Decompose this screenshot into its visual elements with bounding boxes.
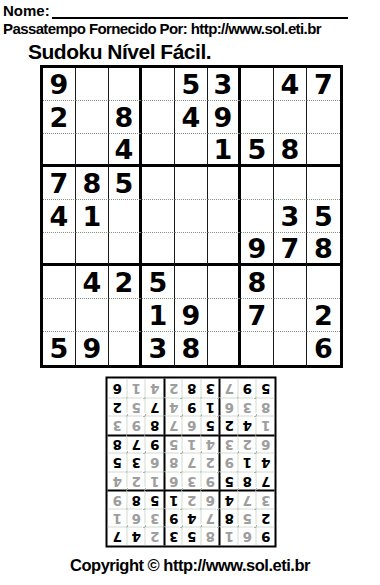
- solution-cell-r6c6: 5: [164, 435, 183, 454]
- cell-r3c1[interactable]: [43, 134, 76, 167]
- solution-cell-r8c1: 8: [256, 398, 275, 417]
- cell-r4c1: 7: [43, 167, 76, 200]
- solution-cell-r5c2: 1: [238, 453, 257, 472]
- solution-cell-r8c6: 4: [164, 398, 183, 417]
- cell-r5c6[interactable]: [208, 200, 241, 233]
- cell-r1c5: 5: [175, 68, 208, 101]
- solution-cell-r7c3: 2: [219, 416, 238, 435]
- solution-cell-r5c8: 3: [127, 453, 146, 472]
- cell-r8c6[interactable]: [208, 299, 241, 332]
- solution-cell-r2c4: 7: [201, 509, 220, 528]
- cell-r4c7[interactable]: [241, 167, 274, 200]
- cell-r6c5[interactable]: [175, 233, 208, 266]
- cell-r1c1: 9: [43, 68, 76, 101]
- solution-cell-r9c2: 9: [238, 379, 257, 398]
- cell-r9c5: 8: [175, 332, 208, 365]
- solution-cell-r4c6: 6: [164, 472, 183, 491]
- solution-cell-r3c8: 8: [127, 490, 146, 509]
- cell-r1c8: 4: [274, 68, 307, 101]
- cell-r9c6[interactable]: [208, 332, 241, 365]
- solution-cell-r2c3: 8: [219, 509, 238, 528]
- solution-cell-r4c3: 5: [219, 472, 238, 491]
- solution-cell-r1c6: 3: [164, 527, 183, 546]
- cell-r8c4: 1: [142, 299, 175, 332]
- cell-r1c3[interactable]: [109, 68, 142, 101]
- cell-r3c5[interactable]: [175, 134, 208, 167]
- cell-r6c8: 7: [274, 233, 307, 266]
- cell-r6c2[interactable]: [76, 233, 109, 266]
- solution-cell-r4c5: 3: [182, 472, 201, 491]
- cell-r3c3: 4: [109, 134, 142, 167]
- solution-cell-r8c7: 7: [145, 398, 164, 417]
- solution-cell-r1c2: 6: [238, 527, 257, 546]
- cell-r9c8[interactable]: [274, 332, 307, 365]
- solution-cell-r7c5: 6: [182, 416, 201, 435]
- cell-r8c7: 7: [241, 299, 274, 332]
- cell-r8c9: 2: [307, 299, 340, 332]
- solution-board-rotated: 9618532472587493613746215897859361244192…: [106, 377, 277, 548]
- solution-cell-r9c5: 8: [182, 379, 201, 398]
- cell-r6c3[interactable]: [109, 233, 142, 266]
- solution-cell-r6c2: 2: [238, 435, 257, 454]
- cell-r3c2[interactable]: [76, 134, 109, 167]
- solution-cell-r4c9: 4: [108, 472, 127, 491]
- solution-cell-r9c3: 7: [219, 379, 238, 398]
- solution-cell-r8c9: 2: [108, 398, 127, 417]
- cell-r9c7[interactable]: [241, 332, 274, 365]
- cell-r5c7[interactable]: [241, 200, 274, 233]
- cell-r5c9: 5: [307, 200, 340, 233]
- cell-r8c8[interactable]: [274, 299, 307, 332]
- solution-cell-r8c4: 1: [201, 398, 220, 417]
- solution-cell-r6c3: 3: [219, 435, 238, 454]
- cell-r5c3[interactable]: [109, 200, 142, 233]
- cell-r7c4: 5: [142, 266, 175, 299]
- cell-r4c6[interactable]: [208, 167, 241, 200]
- solution-cell-r3c2: 7: [238, 490, 257, 509]
- cell-r6c9: 8: [307, 233, 340, 266]
- solution-cell-r6c8: 7: [127, 435, 146, 454]
- cell-r3c7: 5: [241, 134, 274, 167]
- cell-r3c4[interactable]: [142, 134, 175, 167]
- cell-r2c1: 2: [43, 101, 76, 134]
- solution-cell-r5c4: 2: [201, 453, 220, 472]
- cell-r6c4[interactable]: [142, 233, 175, 266]
- cell-r5c2: 1: [76, 200, 109, 233]
- cell-r3c8: 8: [274, 134, 307, 167]
- solution-cell-r8c5: 9: [182, 398, 201, 417]
- solution-cell-r7c4: 5: [201, 416, 220, 435]
- cell-r8c2[interactable]: [76, 299, 109, 332]
- solution-cell-r3c1: 3: [256, 490, 275, 509]
- solution-cell-r7c9: 3: [108, 416, 127, 435]
- name-label: Nome:: [3, 2, 50, 19]
- solution-cell-r6c5: 1: [182, 435, 201, 454]
- solution-cell-r6c9: 8: [108, 435, 127, 454]
- cell-r2c4[interactable]: [142, 101, 175, 134]
- solution-cell-r7c8: 9: [127, 416, 146, 435]
- solution-cell-r2c8: 6: [127, 509, 146, 528]
- cell-r7c8[interactable]: [274, 266, 307, 299]
- solution-cell-r2c6: 9: [164, 509, 183, 528]
- solution-cell-r1c9: 7: [108, 527, 127, 546]
- cell-r6c6[interactable]: [208, 233, 241, 266]
- cell-r7c3: 2: [109, 266, 142, 299]
- solution-cell-r8c2: 3: [238, 398, 257, 417]
- provider-text: Passatempo Fornecido Por: http://www.sol…: [3, 20, 321, 37]
- solution-cell-r5c9: 5: [108, 453, 127, 472]
- cell-r6c7: 9: [241, 233, 274, 266]
- solution-cell-r9c8: 1: [127, 379, 146, 398]
- cell-r2c2[interactable]: [76, 101, 109, 134]
- name-fill-line[interactable]: [52, 4, 348, 19]
- solution-cell-r9c9: 6: [108, 379, 127, 398]
- cell-r5c8: 3: [274, 200, 307, 233]
- cell-r1c4[interactable]: [142, 68, 175, 101]
- cell-r9c9: 6: [307, 332, 340, 365]
- solution-cell-r1c5: 5: [182, 527, 201, 546]
- cell-r9c2: 9: [76, 332, 109, 365]
- cell-r7c5[interactable]: [175, 266, 208, 299]
- solution-cell-r4c4: 9: [201, 472, 220, 491]
- solution-cell-r4c1: 7: [256, 472, 275, 491]
- cell-r4c5[interactable]: [175, 167, 208, 200]
- solution-cell-r1c4: 8: [201, 527, 220, 546]
- solution-cell-r8c8: 5: [127, 398, 146, 417]
- cell-r5c1: 4: [43, 200, 76, 233]
- cell-r2c5: 4: [175, 101, 208, 134]
- worksheet-page: Nome: Passatempo Fornecido Por: http://w…: [0, 0, 380, 585]
- cell-r4c3: 5: [109, 167, 142, 200]
- sudoku-board: 953472849415878541359784258197259386: [40, 65, 343, 368]
- solution-cell-r1c1: 9: [256, 527, 275, 546]
- solution-cell-r6c1: 6: [256, 435, 275, 454]
- solution-cell-r2c7: 3: [145, 509, 164, 528]
- solution-cell-r3c4: 6: [201, 490, 220, 509]
- cell-r2c3: 8: [109, 101, 142, 134]
- cell-r1c9: 7: [307, 68, 340, 101]
- solution-cell-r9c6: 2: [164, 379, 183, 398]
- cell-r7c7: 8: [241, 266, 274, 299]
- solution-cell-r3c9: 9: [108, 490, 127, 509]
- cell-r8c3[interactable]: [109, 299, 142, 332]
- cell-r8c1[interactable]: [43, 299, 76, 332]
- cell-r4c4[interactable]: [142, 167, 175, 200]
- cell-r8c5: 9: [175, 299, 208, 332]
- solution-cell-r8c3: 6: [219, 398, 238, 417]
- cell-r7c1[interactable]: [43, 266, 76, 299]
- cell-r5c5[interactable]: [175, 200, 208, 233]
- cell-r9c3[interactable]: [109, 332, 142, 365]
- solution-cell-r6c4: 4: [201, 435, 220, 454]
- cell-r7c9[interactable]: [307, 266, 340, 299]
- name-row: Nome:: [3, 2, 348, 19]
- solution-cell-r2c5: 4: [182, 509, 201, 528]
- solution-cell-r5c7: 6: [145, 453, 164, 472]
- solution-cell-r4c7: 1: [145, 472, 164, 491]
- solution-cell-r4c2: 8: [238, 472, 257, 491]
- cell-r9c4: 3: [142, 332, 175, 365]
- solution-cell-r5c3: 9: [219, 453, 238, 472]
- cell-r4c2: 8: [76, 167, 109, 200]
- solution-cell-r5c5: 7: [182, 453, 201, 472]
- solution-cell-r9c1: 5: [256, 379, 275, 398]
- page-title: Sudoku Nível Fácil.: [28, 40, 211, 64]
- solution-cell-r6c7: 9: [145, 435, 164, 454]
- solution-cell-r2c1: 2: [256, 509, 275, 528]
- solution-cell-r7c1: 1: [256, 416, 275, 435]
- cell-r9c1: 5: [43, 332, 76, 365]
- copyright-text: Copyright © http://www.sol.eti.br: [0, 556, 380, 575]
- cell-r7c2: 4: [76, 266, 109, 299]
- solution-cell-r4c8: 2: [127, 472, 146, 491]
- cell-r1c2[interactable]: [76, 68, 109, 101]
- solution-cell-r5c6: 8: [164, 453, 183, 472]
- solution-cell-r1c8: 4: [127, 527, 146, 546]
- cell-r4c9[interactable]: [307, 167, 340, 200]
- cell-r6c1[interactable]: [43, 233, 76, 266]
- solution-cell-r9c7: 4: [145, 379, 164, 398]
- cell-r1c7[interactable]: [241, 68, 274, 101]
- solution-cell-r2c2: 5: [238, 509, 257, 528]
- solution-cell-r7c2: 4: [238, 416, 257, 435]
- solution-cell-r3c6: 1: [164, 490, 183, 509]
- cell-r5c4[interactable]: [142, 200, 175, 233]
- cell-r7c6[interactable]: [208, 266, 241, 299]
- solution-cell-r2c9: 1: [108, 509, 127, 528]
- solution-cell-r3c7: 5: [145, 490, 164, 509]
- cell-r4c8[interactable]: [274, 167, 307, 200]
- solution-cell-r7c7: 8: [145, 416, 164, 435]
- cell-r2c8[interactable]: [274, 101, 307, 134]
- cell-r1c6: 3: [208, 68, 241, 101]
- solution-cell-r3c5: 2: [182, 490, 201, 509]
- solution-cell-r5c1: 4: [256, 453, 275, 472]
- solution-cell-r7c6: 7: [164, 416, 183, 435]
- cell-r2c7[interactable]: [241, 101, 274, 134]
- cell-r3c6: 1: [208, 134, 241, 167]
- solution-cell-r3c3: 4: [219, 490, 238, 509]
- cell-r3c9[interactable]: [307, 134, 340, 167]
- solution-cell-r9c4: 3: [201, 379, 220, 398]
- solution-cell-r1c3: 1: [219, 527, 238, 546]
- cell-r2c9[interactable]: [307, 101, 340, 134]
- cell-r2c6: 9: [208, 101, 241, 134]
- solution-cell-r1c7: 2: [145, 527, 164, 546]
